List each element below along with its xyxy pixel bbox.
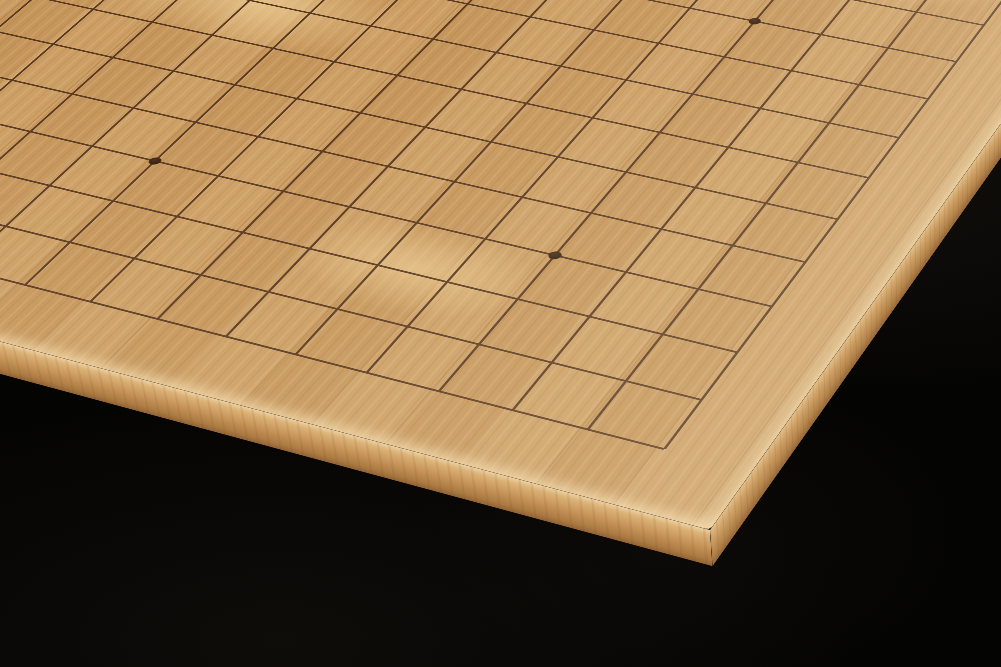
grid-line-vertical xyxy=(225,0,821,337)
grid-line-horizontal xyxy=(0,0,957,62)
grid-line-vertical xyxy=(511,0,1001,410)
photo-background xyxy=(0,0,1001,667)
grid-line-vertical xyxy=(0,0,547,252)
board-surface xyxy=(0,0,1001,530)
grid-line-vertical xyxy=(157,0,765,319)
star-point xyxy=(546,250,564,260)
grid-line-vertical xyxy=(295,0,879,355)
grid-line-horizontal xyxy=(0,1,805,262)
grid-line-horizontal xyxy=(0,144,665,449)
grid-line-vertical xyxy=(24,0,654,285)
grid-line-horizontal xyxy=(0,0,869,179)
grid-line-vertical xyxy=(0,0,600,268)
go-board xyxy=(0,0,1001,530)
grid-line-horizontal xyxy=(0,107,702,401)
star-point xyxy=(747,17,763,25)
grid-line-vertical xyxy=(0,0,241,160)
grid-line-vertical xyxy=(0,0,340,189)
go-board-grid xyxy=(0,0,1001,449)
grid-line-vertical xyxy=(90,0,709,302)
